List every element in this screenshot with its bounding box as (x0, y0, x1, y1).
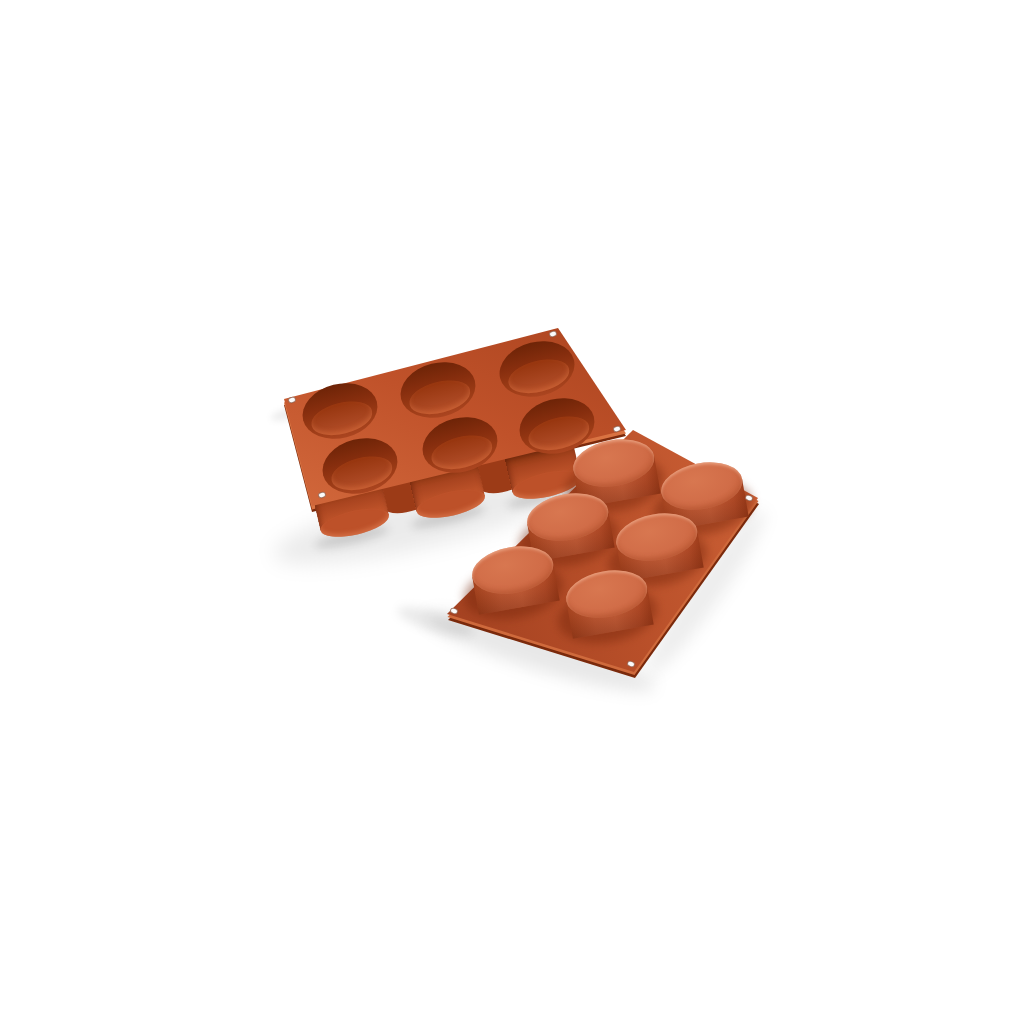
cylinder (468, 540, 559, 614)
stage (0, 0, 1024, 1024)
mold-flipped (0, 0, 1024, 1024)
cylinder (562, 564, 653, 638)
